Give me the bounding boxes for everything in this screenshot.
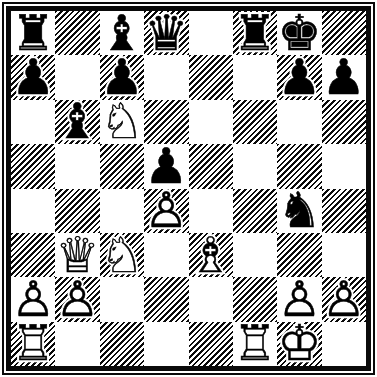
square-c1	[100, 322, 144, 366]
black-bishop-b6: ♝♝	[55, 100, 99, 144]
square-b4	[55, 189, 99, 233]
black-knight-glyph: ♞	[277, 189, 321, 233]
square-g6	[277, 100, 321, 144]
square-b1	[55, 322, 99, 366]
square-g5	[277, 144, 321, 188]
piece-halo: ♟	[55, 277, 99, 321]
square-f5	[233, 144, 277, 188]
square-g3	[277, 233, 321, 277]
piece-halo: ♟	[11, 277, 55, 321]
piece-halo: ♚	[277, 11, 321, 55]
square-g8: ♚♚	[277, 11, 321, 55]
black-rook-glyph: ♜	[233, 11, 277, 55]
square-f6	[233, 100, 277, 144]
piece-halo: ♟	[322, 55, 366, 99]
black-pawn-c7: ♟♟	[100, 55, 144, 99]
piece-halo: ♟	[144, 189, 188, 233]
piece-halo: ♜	[11, 11, 55, 55]
piece-halo: ♟	[100, 55, 144, 99]
white-rook-f1: ♜♖	[233, 322, 277, 366]
black-pawn-glyph: ♟	[100, 55, 144, 99]
square-b2: ♟♙	[55, 277, 99, 321]
piece-halo: ♝	[55, 100, 99, 144]
black-rook-f8: ♜♜	[233, 11, 277, 55]
white-knight-c3: ♞♘	[100, 233, 144, 277]
square-e2	[189, 277, 233, 321]
square-d2	[144, 277, 188, 321]
square-h5	[322, 144, 366, 188]
square-e8	[189, 11, 233, 55]
square-d3	[144, 233, 188, 277]
square-f8: ♜♜	[233, 11, 277, 55]
square-f1: ♜♖	[233, 322, 277, 366]
square-f7	[233, 55, 277, 99]
piece-halo: ♟	[11, 55, 55, 99]
square-c6: ♞♘	[100, 100, 144, 144]
square-e1	[189, 322, 233, 366]
board-inner-frame: ♜♜♝♝♛♛♜♜♚♚♟♟♟♟♟♟♟♟♝♝♞♘♟♟♟♙♞♞♛♕♞♘♝♗♟♙♟♙♟♙…	[6, 6, 371, 371]
square-a1: ♜♖	[11, 322, 55, 366]
square-a8: ♜♜	[11, 11, 55, 55]
white-bishop-e3: ♝♗	[189, 233, 233, 277]
black-knight-g4: ♞♞	[277, 189, 321, 233]
square-d4: ♟♙	[144, 189, 188, 233]
square-b6: ♝♝	[55, 100, 99, 144]
square-c3: ♞♘	[100, 233, 144, 277]
square-f4	[233, 189, 277, 233]
square-a3	[11, 233, 55, 277]
piece-halo: ♜	[233, 11, 277, 55]
square-d6	[144, 100, 188, 144]
square-a5	[11, 144, 55, 188]
square-a4	[11, 189, 55, 233]
piece-halo: ♟	[144, 144, 188, 188]
square-c8: ♝♝	[100, 11, 144, 55]
white-pawn-glyph: ♙	[11, 277, 55, 321]
black-rook-a8: ♜♜	[11, 11, 55, 55]
piece-halo: ♝	[100, 11, 144, 55]
white-pawn-glyph: ♙	[322, 277, 366, 321]
white-queen-glyph: ♕	[55, 233, 99, 277]
square-h4	[322, 189, 366, 233]
square-h8	[322, 11, 366, 55]
square-c4	[100, 189, 144, 233]
white-pawn-h2: ♟♙	[322, 277, 366, 321]
black-bishop-glyph: ♝	[100, 11, 144, 55]
square-c5	[100, 144, 144, 188]
black-bishop-glyph: ♝	[55, 100, 99, 144]
square-c7: ♟♟	[100, 55, 144, 99]
black-pawn-glyph: ♟	[322, 55, 366, 99]
black-king-glyph: ♚	[277, 11, 321, 55]
piece-halo: ♟	[277, 55, 321, 99]
square-e3: ♝♗	[189, 233, 233, 277]
square-b7	[55, 55, 99, 99]
black-king-g8: ♚♚	[277, 11, 321, 55]
square-h7: ♟♟	[322, 55, 366, 99]
square-a2: ♟♙	[11, 277, 55, 321]
chess-diagram: ♜♜♝♝♛♛♜♜♚♚♟♟♟♟♟♟♟♟♝♝♞♘♟♟♟♙♞♞♛♕♞♘♝♗♟♙♟♙♟♙…	[0, 0, 377, 377]
square-f2	[233, 277, 277, 321]
square-b3: ♛♕	[55, 233, 99, 277]
square-g1: ♚♔	[277, 322, 321, 366]
piece-halo: ♝	[189, 233, 233, 277]
white-knight-glyph: ♘	[100, 233, 144, 277]
square-a6	[11, 100, 55, 144]
square-g4: ♞♞	[277, 189, 321, 233]
piece-halo: ♟	[277, 277, 321, 321]
white-rook-glyph: ♖	[233, 322, 277, 366]
square-d5: ♟♟	[144, 144, 188, 188]
white-pawn-g2: ♟♙	[277, 277, 321, 321]
square-d8: ♛♛	[144, 11, 188, 55]
piece-halo: ♜	[11, 322, 55, 366]
black-queen-d8: ♛♛	[144, 11, 188, 55]
black-pawn-d5: ♟♟	[144, 144, 188, 188]
square-b5	[55, 144, 99, 188]
square-g2: ♟♙	[277, 277, 321, 321]
white-rook-a1: ♜♖	[11, 322, 55, 366]
white-pawn-glyph: ♙	[144, 189, 188, 233]
board-outer-frame: ♜♜♝♝♛♛♜♜♚♚♟♟♟♟♟♟♟♟♝♝♞♘♟♟♟♙♞♞♛♕♞♘♝♗♟♙♟♙♟♙…	[2, 2, 375, 375]
black-pawn-g7: ♟♟	[277, 55, 321, 99]
square-h3	[322, 233, 366, 277]
white-pawn-d4: ♟♙	[144, 189, 188, 233]
white-king-glyph: ♔	[277, 322, 321, 366]
square-h2: ♟♙	[322, 277, 366, 321]
square-f3	[233, 233, 277, 277]
black-rook-glyph: ♜	[11, 11, 55, 55]
black-queen-glyph: ♛	[144, 11, 188, 55]
piece-halo: ♛	[55, 233, 99, 277]
black-pawn-h7: ♟♟	[322, 55, 366, 99]
square-h6	[322, 100, 366, 144]
white-queen-b3: ♛♕	[55, 233, 99, 277]
square-a7: ♟♟	[11, 55, 55, 99]
piece-halo: ♚	[277, 322, 321, 366]
white-bishop-glyph: ♗	[189, 233, 233, 277]
black-pawn-glyph: ♟	[144, 144, 188, 188]
black-pawn-glyph: ♟	[277, 55, 321, 99]
square-d7	[144, 55, 188, 99]
square-h1	[322, 322, 366, 366]
white-pawn-a2: ♟♙	[11, 277, 55, 321]
chess-board: ♜♜♝♝♛♛♜♜♚♚♟♟♟♟♟♟♟♟♝♝♞♘♟♟♟♙♞♞♛♕♞♘♝♗♟♙♟♙♟♙…	[11, 11, 366, 366]
square-c2	[100, 277, 144, 321]
white-pawn-glyph: ♙	[55, 277, 99, 321]
white-knight-glyph: ♘	[100, 100, 144, 144]
square-d1	[144, 322, 188, 366]
piece-halo: ♛	[144, 11, 188, 55]
piece-halo: ♞	[277, 189, 321, 233]
black-bishop-c8: ♝♝	[100, 11, 144, 55]
white-king-g1: ♚♔	[277, 322, 321, 366]
piece-halo: ♞	[100, 233, 144, 277]
square-e7	[189, 55, 233, 99]
piece-halo: ♜	[233, 322, 277, 366]
black-pawn-glyph: ♟	[11, 55, 55, 99]
white-pawn-b2: ♟♙	[55, 277, 99, 321]
square-e5	[189, 144, 233, 188]
piece-halo: ♞	[100, 100, 144, 144]
black-pawn-a7: ♟♟	[11, 55, 55, 99]
white-pawn-glyph: ♙	[277, 277, 321, 321]
square-b8	[55, 11, 99, 55]
piece-halo: ♟	[322, 277, 366, 321]
square-e4	[189, 189, 233, 233]
white-knight-c6: ♞♘	[100, 100, 144, 144]
square-g7: ♟♟	[277, 55, 321, 99]
square-e6	[189, 100, 233, 144]
white-rook-glyph: ♖	[11, 322, 55, 366]
